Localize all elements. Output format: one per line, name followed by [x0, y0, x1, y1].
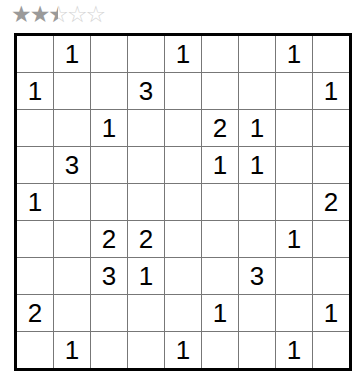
- cell-r1c2: 1: [54, 36, 90, 72]
- cell-r4c8[interactable]: [276, 147, 312, 183]
- star-icon-half: ☆★: [48, 1, 67, 27]
- cell-r6c8: 1: [276, 221, 312, 257]
- cell-r3c8[interactable]: [276, 110, 312, 146]
- difficulty-rating: ★★☆★☆☆: [11, 1, 104, 27]
- cell-r2c5[interactable]: [165, 73, 201, 109]
- cell-r7c4: 1: [128, 258, 164, 294]
- cell-r5c8[interactable]: [276, 184, 312, 220]
- cell-r3c1[interactable]: [17, 110, 53, 146]
- cell-r7c1[interactable]: [17, 258, 53, 294]
- cell-r1c1[interactable]: [17, 36, 53, 72]
- cell-r1c3[interactable]: [91, 36, 127, 72]
- cell-r6c2[interactable]: [54, 221, 90, 257]
- cell-r7c7: 3: [239, 258, 275, 294]
- cell-r6c6[interactable]: [202, 221, 238, 257]
- cell-r4c6: 1: [202, 147, 238, 183]
- cell-r2c7[interactable]: [239, 73, 275, 109]
- cell-r8c6: 1: [202, 295, 238, 331]
- cell-r5c1: 1: [17, 184, 53, 220]
- cell-r5c6[interactable]: [202, 184, 238, 220]
- cell-r6c7[interactable]: [239, 221, 275, 257]
- cell-r4c2: 3: [54, 147, 90, 183]
- cell-r2c1: 1: [17, 73, 53, 109]
- cell-r1c6[interactable]: [202, 36, 238, 72]
- cell-r3c4[interactable]: [128, 110, 164, 146]
- cell-r8c2[interactable]: [54, 295, 90, 331]
- cell-r2c9: 1: [313, 73, 349, 109]
- cell-r4c4[interactable]: [128, 147, 164, 183]
- cell-r5c4[interactable]: [128, 184, 164, 220]
- cell-r7c2[interactable]: [54, 258, 90, 294]
- cell-r4c7: 1: [239, 147, 275, 183]
- cell-r2c8[interactable]: [276, 73, 312, 109]
- cell-r3c6: 2: [202, 110, 238, 146]
- cell-r5c7[interactable]: [239, 184, 275, 220]
- cell-r9c3[interactable]: [91, 332, 127, 368]
- cell-r9c4[interactable]: [128, 332, 164, 368]
- cell-r3c7: 1: [239, 110, 275, 146]
- cell-r8c8[interactable]: [276, 295, 312, 331]
- cell-r4c9[interactable]: [313, 147, 349, 183]
- star-icon-empty: ☆: [67, 1, 86, 27]
- cell-r7c9[interactable]: [313, 258, 349, 294]
- cell-r9c8: 1: [276, 332, 312, 368]
- star-half-fill: ★: [48, 1, 58, 27]
- cell-r1c8: 1: [276, 36, 312, 72]
- cell-r8c1: 2: [17, 295, 53, 331]
- cell-r9c9[interactable]: [313, 332, 349, 368]
- cell-r9c5: 1: [165, 332, 201, 368]
- cell-r7c3: 3: [91, 258, 127, 294]
- cell-r2c6[interactable]: [202, 73, 238, 109]
- cell-r3c5[interactable]: [165, 110, 201, 146]
- cell-r9c6[interactable]: [202, 332, 238, 368]
- cell-r3c2[interactable]: [54, 110, 90, 146]
- cell-r3c3: 1: [91, 110, 127, 146]
- cell-r7c8[interactable]: [276, 258, 312, 294]
- star-icon-empty: ☆: [86, 1, 105, 27]
- cell-r1c5: 1: [165, 36, 201, 72]
- cell-r3c9[interactable]: [313, 110, 349, 146]
- cell-r6c3: 2: [91, 221, 127, 257]
- cell-r5c9: 2: [313, 184, 349, 220]
- cell-r8c3[interactable]: [91, 295, 127, 331]
- cell-r6c1[interactable]: [17, 221, 53, 257]
- cell-r4c5[interactable]: [165, 147, 201, 183]
- cell-r2c4: 3: [128, 73, 164, 109]
- cell-r1c7[interactable]: [239, 36, 275, 72]
- cell-r1c9[interactable]: [313, 36, 349, 72]
- cell-r7c6[interactable]: [202, 258, 238, 294]
- cell-r9c2: 1: [54, 332, 90, 368]
- cell-r7c5[interactable]: [165, 258, 201, 294]
- cell-r5c3[interactable]: [91, 184, 127, 220]
- cell-r6c5[interactable]: [165, 221, 201, 257]
- cell-r5c2[interactable]: [54, 184, 90, 220]
- cell-r8c5[interactable]: [165, 295, 201, 331]
- cell-r5c5[interactable]: [165, 184, 201, 220]
- cell-r8c9: 1: [313, 295, 349, 331]
- cell-r2c3[interactable]: [91, 73, 127, 109]
- cell-r2c2[interactable]: [54, 73, 90, 109]
- cell-r8c4[interactable]: [128, 295, 164, 331]
- puzzle-board: 11113112131112221313211111: [14, 33, 352, 371]
- star-icon-full: ★: [11, 1, 30, 27]
- star-icon-full: ★: [30, 1, 49, 27]
- cell-r4c3[interactable]: [91, 147, 127, 183]
- cell-r9c1[interactable]: [17, 332, 53, 368]
- cell-r9c7[interactable]: [239, 332, 275, 368]
- cell-r4c1[interactable]: [17, 147, 53, 183]
- cell-r1c4[interactable]: [128, 36, 164, 72]
- cell-r6c4: 2: [128, 221, 164, 257]
- cell-r8c7[interactable]: [239, 295, 275, 331]
- cell-r6c9[interactable]: [313, 221, 349, 257]
